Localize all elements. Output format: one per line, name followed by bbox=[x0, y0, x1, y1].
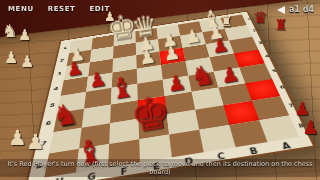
square-h6[interactable]: ♞ bbox=[53, 109, 84, 132]
captured-red-pawn: ♟ bbox=[302, 118, 319, 137]
red-knight-c5[interactable]: ♞ bbox=[189, 60, 217, 91]
captured-red-rook: ♜ bbox=[274, 18, 287, 33]
captured-white-pawn: ♟ bbox=[4, 50, 18, 66]
move-indicator: a1 d4 bbox=[277, 5, 314, 14]
red-king-e7[interactable]: ♚ bbox=[128, 89, 174, 139]
red-pawn-g4[interactable]: ♟ bbox=[87, 68, 108, 90]
white-pawn-e3[interactable]: ♟ bbox=[137, 46, 157, 67]
square-c5[interactable]: ♞ bbox=[188, 72, 218, 92]
square-c2[interactable]: ♟ bbox=[180, 32, 206, 48]
menu-bar: MENU RESET EDIT bbox=[8, 5, 110, 13]
red-pawn-d5[interactable]: ♟ bbox=[165, 71, 187, 95]
red-pawn-b3[interactable]: ♟ bbox=[210, 35, 230, 56]
rank-label-4: 4 bbox=[52, 81, 60, 97]
square-h3[interactable]: ♟ bbox=[64, 63, 90, 81]
captured-white-rook: ♜ bbox=[220, 14, 233, 28]
board-3d: 12345678 12345678 HGFEDCBA ♚♛♝♟♟♟♟♟♟♟♟♟♟… bbox=[23, 11, 317, 180]
red-knight-h6[interactable]: ♞ bbox=[50, 99, 80, 131]
captured-white-pawn: ♟ bbox=[18, 28, 31, 43]
captured-white-pawn: ♟ bbox=[8, 128, 27, 149]
reset-button[interactable]: RESET bbox=[48, 5, 76, 13]
chess-app-screen: MENU RESET EDIT a1 d4 12345678 12345678 … bbox=[0, 0, 320, 180]
red-pawn-h3[interactable]: ♟ bbox=[65, 58, 85, 79]
captured-white-pawn: ♟ bbox=[20, 54, 34, 70]
back-triangle-icon[interactable] bbox=[277, 6, 285, 14]
board-scene: 12345678 12345678 HGFEDCBA ♚♛♝♟♟♟♟♟♟♟♟♟♟… bbox=[44, 0, 276, 180]
captured-white-pawn: ♟ bbox=[26, 132, 45, 153]
square-b5[interactable]: ♟ bbox=[214, 68, 245, 88]
edit-button[interactable]: EDIT bbox=[89, 5, 109, 13]
white-pawn-c2[interactable]: ♟ bbox=[183, 26, 202, 46]
white-pawn-d3[interactable]: ♟ bbox=[162, 42, 182, 63]
captured-white-knight: ♞ bbox=[2, 22, 18, 40]
red-pawn-b5[interactable]: ♟ bbox=[219, 63, 241, 87]
status-bar: It's Red Player's turn now (first select… bbox=[0, 159, 320, 178]
captured-red-queen: ♛ bbox=[253, 10, 267, 26]
board-frame: 12345678 12345678 HGFEDCBA ♚♛♝♟♟♟♟♟♟♟♟♟♟… bbox=[23, 11, 317, 180]
rank-label-3: 3 bbox=[55, 67, 63, 82]
file-label-a: A bbox=[269, 140, 305, 153]
file-label-b: B bbox=[236, 145, 271, 159]
status-text: It's Red Player's turn now (first select… bbox=[0, 159, 320, 177]
rank-label-6: 6 bbox=[44, 114, 53, 134]
menu-button[interactable]: MENU bbox=[8, 5, 34, 13]
last-move-text: a1 d4 bbox=[289, 5, 314, 14]
